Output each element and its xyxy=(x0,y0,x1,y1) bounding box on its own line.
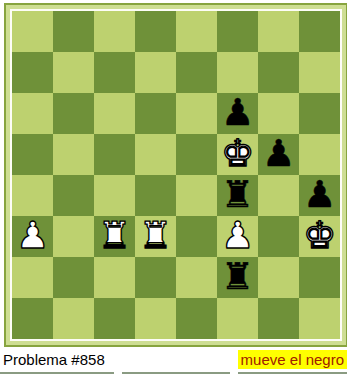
square-c7 xyxy=(94,52,135,93)
chess-board-frame: ♟♚♟♜♟♟♜♜♟♚♜ xyxy=(4,3,347,347)
square-c4 xyxy=(94,175,135,216)
square-b7 xyxy=(53,52,94,93)
piece-white-rook-c3: ♜ xyxy=(98,215,131,256)
board-grid: ♟♚♟♜♟♟♜♜♟♚♜ xyxy=(12,11,340,339)
square-d4 xyxy=(135,175,176,216)
square-a8 xyxy=(12,11,53,52)
square-b2 xyxy=(53,257,94,298)
square-f4: ♜ xyxy=(217,175,258,216)
piece-black-pawn-g5: ♟ xyxy=(262,133,295,174)
square-h5 xyxy=(299,134,340,175)
piece-black-pawn-f6: ♟ xyxy=(221,92,254,133)
square-b8 xyxy=(53,11,94,52)
square-f8 xyxy=(217,11,258,52)
square-g7 xyxy=(258,52,299,93)
square-g6 xyxy=(258,93,299,134)
square-c6 xyxy=(94,93,135,134)
square-c3: ♜ xyxy=(94,216,135,257)
square-e1 xyxy=(176,298,217,339)
side-to-move-badge: mueve el negro xyxy=(238,350,347,369)
square-f2: ♜ xyxy=(217,257,258,298)
square-g5: ♟ xyxy=(258,134,299,175)
problem-number-label: Problema #858 xyxy=(2,350,105,369)
divider-segment xyxy=(238,372,347,374)
square-f7 xyxy=(217,52,258,93)
square-d7 xyxy=(135,52,176,93)
caption-row: Problema #858 mueve el negro xyxy=(2,350,347,369)
square-b3 xyxy=(53,216,94,257)
square-a4 xyxy=(12,175,53,216)
square-e4 xyxy=(176,175,217,216)
square-d5 xyxy=(135,134,176,175)
square-a1 xyxy=(12,298,53,339)
piece-white-pawn-a3: ♟ xyxy=(16,215,49,256)
square-g3 xyxy=(258,216,299,257)
piece-white-rook-d3: ♜ xyxy=(139,215,172,256)
square-h3: ♚ xyxy=(299,216,340,257)
piece-black-rook-f2: ♜ xyxy=(221,256,254,297)
square-e8 xyxy=(176,11,217,52)
square-c5 xyxy=(94,134,135,175)
square-e3 xyxy=(176,216,217,257)
square-c2 xyxy=(94,257,135,298)
square-f1 xyxy=(217,298,258,339)
square-d1 xyxy=(135,298,176,339)
square-g4 xyxy=(258,175,299,216)
square-a7 xyxy=(12,52,53,93)
square-b4 xyxy=(53,175,94,216)
square-d2 xyxy=(135,257,176,298)
square-d3: ♜ xyxy=(135,216,176,257)
square-a6 xyxy=(12,93,53,134)
divider-segment xyxy=(0,372,114,374)
square-g8 xyxy=(258,11,299,52)
square-c8 xyxy=(94,11,135,52)
square-a3: ♟ xyxy=(12,216,53,257)
square-e5 xyxy=(176,134,217,175)
square-d6 xyxy=(135,93,176,134)
square-f5: ♚ xyxy=(217,134,258,175)
square-h2 xyxy=(299,257,340,298)
piece-black-rook-f4: ♜ xyxy=(221,174,254,215)
square-a5 xyxy=(12,134,53,175)
square-f6: ♟ xyxy=(217,93,258,134)
square-h6 xyxy=(299,93,340,134)
square-b1 xyxy=(53,298,94,339)
piece-white-pawn-f3: ♟ xyxy=(221,215,254,256)
piece-black-pawn-h4: ♟ xyxy=(303,174,336,215)
square-e7 xyxy=(176,52,217,93)
square-e2 xyxy=(176,257,217,298)
square-d8 xyxy=(135,11,176,52)
square-b6 xyxy=(53,93,94,134)
square-b5 xyxy=(53,134,94,175)
square-h7 xyxy=(299,52,340,93)
chess-board-inner-border: ♟♚♟♜♟♟♜♜♟♚♜ xyxy=(10,9,342,341)
divider-row xyxy=(0,372,347,374)
square-a2 xyxy=(12,257,53,298)
square-h1 xyxy=(299,298,340,339)
square-f3: ♟ xyxy=(217,216,258,257)
divider-segment xyxy=(122,372,230,374)
square-h4: ♟ xyxy=(299,175,340,216)
square-e6 xyxy=(176,93,217,134)
piece-black-king-f5: ♚ xyxy=(221,133,254,174)
square-c1 xyxy=(94,298,135,339)
square-g2 xyxy=(258,257,299,298)
piece-white-king-h3: ♚ xyxy=(303,215,336,256)
square-g1 xyxy=(258,298,299,339)
square-h8 xyxy=(299,11,340,52)
